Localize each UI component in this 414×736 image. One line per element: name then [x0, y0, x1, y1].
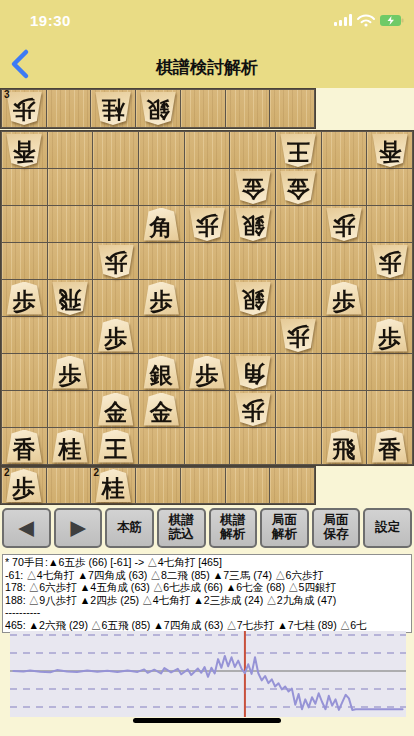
- shogi-piece-銀: 銀: [233, 282, 273, 315]
- shogi-piece-角: 角: [141, 208, 181, 241]
- tray-cell[interactable]: 2歩: [2, 468, 46, 503]
- board-square-3-6[interactable]: 歩: [276, 317, 321, 353]
- board-square-1-7[interactable]: [367, 354, 412, 390]
- tray-cell[interactable]: 2桂: [91, 468, 135, 503]
- board-square-8-1[interactable]: [48, 132, 93, 168]
- tray-cell[interactable]: [226, 90, 270, 127]
- board-square-9-4[interactable]: [2, 243, 47, 279]
- status-time: 19:30: [30, 12, 71, 29]
- analysis-line: -61: △4七角打 ▲7四角成 (63) △8二飛 (85) ▲7三馬 (74…: [5, 569, 409, 582]
- board-square-1-3[interactable]: [367, 206, 412, 242]
- board-square-3-4[interactable]: [276, 243, 321, 279]
- analysis-line: * 70手目:▲6五歩 (66) [-61] -> △4七角打 [465]: [5, 556, 409, 569]
- board-square-1-9[interactable]: 香: [367, 428, 412, 464]
- shogi-piece-歩: 歩: [141, 282, 181, 315]
- board-square-9-6[interactable]: [2, 317, 47, 353]
- board-square-7-2[interactable]: [93, 169, 138, 205]
- shogi-piece-金: 金: [278, 171, 318, 204]
- tray-cell[interactable]: [270, 90, 314, 127]
- shogi-piece-飛: 飛: [50, 282, 90, 315]
- board-square-7-8[interactable]: 金: [93, 391, 138, 427]
- shogi-piece-歩: 歩: [324, 208, 364, 241]
- captured-count: 3: [4, 90, 10, 100]
- shogi-piece-歩: 歩: [233, 393, 273, 426]
- board-square-1-5[interactable]: [367, 280, 412, 316]
- shogi-piece-歩: 歩: [96, 245, 136, 278]
- board-square-5-8[interactable]: [185, 391, 230, 427]
- position-save-button[interactable]: 局面 保存: [312, 508, 361, 548]
- board-square-5-3[interactable]: 歩: [185, 206, 230, 242]
- board-square-5-2[interactable]: [185, 169, 230, 205]
- shogi-piece-桂: 桂: [93, 469, 133, 502]
- shogi-piece-桂: 桂: [50, 430, 90, 463]
- tray-cell[interactable]: [226, 468, 270, 503]
- board-square-8-7[interactable]: 歩: [48, 354, 93, 390]
- board-square-4-1[interactable]: [230, 132, 275, 168]
- position-analyze-button[interactable]: 局面 解析: [260, 508, 309, 548]
- board-square-4-9[interactable]: [230, 428, 275, 464]
- board-square-7-5[interactable]: [93, 280, 138, 316]
- board-square-9-3[interactable]: [2, 206, 47, 242]
- board-square-4-6[interactable]: [230, 317, 275, 353]
- board-square-8-6[interactable]: [48, 317, 93, 353]
- board-square-3-1[interactable]: 王: [276, 132, 321, 168]
- tray-cell[interactable]: 銀: [136, 90, 180, 127]
- shogi-piece-香: 香: [4, 430, 44, 463]
- home-indicator[interactable]: [133, 718, 281, 723]
- board-square-7-6[interactable]: 歩: [93, 317, 138, 353]
- board-square-8-4[interactable]: [48, 243, 93, 279]
- board-square-2-2[interactable]: [322, 169, 367, 205]
- shogi-piece-歩: 歩: [370, 245, 410, 278]
- shogi-piece-歩: 歩: [278, 319, 318, 352]
- board-square-3-2[interactable]: 金: [276, 169, 321, 205]
- app-screen: 19:30 棋譜検討解析 3歩桂銀 香王香金金角歩銀歩歩: [0, 0, 414, 736]
- tray-cell[interactable]: 3歩: [2, 90, 46, 127]
- board-square-9-7[interactable]: [2, 354, 47, 390]
- board-square-7-3[interactable]: [93, 206, 138, 242]
- board-square-3-5[interactable]: [276, 280, 321, 316]
- board-square-3-3[interactable]: [276, 206, 321, 242]
- shogi-piece-銀: 銀: [233, 208, 273, 241]
- tray-cell[interactable]: [136, 468, 180, 503]
- board-square-5-5[interactable]: [185, 280, 230, 316]
- header: 19:30 棋譜検討解析: [0, 0, 414, 88]
- board-square-6-2[interactable]: [139, 169, 184, 205]
- cellular-signal-icon: [334, 14, 352, 26]
- board-square-6-4[interactable]: [139, 243, 184, 279]
- shogi-piece-金: 金: [96, 393, 136, 426]
- shogi-piece-金: 金: [233, 171, 273, 204]
- board-square-9-1[interactable]: 香: [2, 132, 47, 168]
- tray-cell[interactable]: 桂: [91, 90, 135, 127]
- board-square-6-1[interactable]: [139, 132, 184, 168]
- analysis-line: 178: △6六歩打 ▲4五角成 (63) △6七歩成 (66) ▲6七金 (6…: [5, 581, 409, 594]
- board-square-7-4[interactable]: 歩: [93, 243, 138, 279]
- shogi-piece-歩: 歩: [96, 319, 136, 352]
- tray-cell[interactable]: [181, 90, 225, 127]
- shogi-piece-銀: 銀: [141, 356, 181, 389]
- board-square-4-2[interactable]: 金: [230, 169, 275, 205]
- board-square-6-9[interactable]: [139, 428, 184, 464]
- shogi-piece-香: 香: [370, 430, 410, 463]
- board-square-3-8[interactable]: [276, 391, 321, 427]
- board-square-9-2[interactable]: [2, 169, 47, 205]
- page-title: 棋譜検討解析: [0, 56, 414, 79]
- board-square-4-8[interactable]: 歩: [230, 391, 275, 427]
- board-square-4-4[interactable]: [230, 243, 275, 279]
- shogi-piece-角: 角: [233, 356, 273, 389]
- shogi-piece-歩: 歩: [4, 282, 44, 315]
- board-square-8-2[interactable]: [48, 169, 93, 205]
- shogi-board: 香王香金金角歩銀歩歩歩歩飛歩銀歩歩歩歩歩銀歩角金金歩香桂王飛香: [0, 130, 414, 466]
- board-square-3-9[interactable]: [276, 428, 321, 464]
- board-square-1-1[interactable]: 香: [367, 132, 412, 168]
- shogi-piece-歩: 歩: [324, 282, 364, 315]
- board-square-2-5[interactable]: 歩: [322, 280, 367, 316]
- board-square-2-8[interactable]: [322, 391, 367, 427]
- board-square-2-9[interactable]: 飛: [322, 428, 367, 464]
- shogi-piece-歩: 歩: [50, 356, 90, 389]
- board-square-4-5[interactable]: 銀: [230, 280, 275, 316]
- board-square-7-1[interactable]: [93, 132, 138, 168]
- board-square-8-8[interactable]: [48, 391, 93, 427]
- tray-cell[interactable]: [181, 468, 225, 503]
- captured-count: 2: [93, 468, 99, 478]
- tray-cell[interactable]: [47, 90, 91, 127]
- gote-captured-tray: 3歩桂銀: [0, 88, 316, 129]
- board-square-4-3[interactable]: 銀: [230, 206, 275, 242]
- main-line-button[interactable]: 本筋: [105, 508, 154, 548]
- board-square-7-9[interactable]: 王: [93, 428, 138, 464]
- captured-count: 2: [4, 468, 10, 478]
- board-square-9-5[interactable]: 歩: [2, 280, 47, 316]
- tray-cell[interactable]: [47, 468, 91, 503]
- board-square-7-7[interactable]: [93, 354, 138, 390]
- board-square-4-7[interactable]: 角: [230, 354, 275, 390]
- shogi-piece-飛: 飛: [324, 430, 364, 463]
- board-square-6-3[interactable]: 角: [139, 206, 184, 242]
- board-square-5-9[interactable]: [185, 428, 230, 464]
- board-square-6-6[interactable]: [139, 317, 184, 353]
- board-square-6-8[interactable]: 金: [139, 391, 184, 427]
- board-square-2-6[interactable]: [322, 317, 367, 353]
- analysis-line: 465: ▲2六飛 (29) △6五飛 (85) ▲7四角成 (63) △7七歩…: [5, 619, 409, 632]
- analysis-line: ----------: [5, 606, 409, 619]
- board-square-2-4[interactable]: [322, 243, 367, 279]
- board-square-5-6[interactable]: [185, 317, 230, 353]
- kifu-load-button[interactable]: 棋譜 読込: [157, 508, 206, 548]
- board-square-6-7[interactable]: 銀: [139, 354, 184, 390]
- wifi-icon: [358, 16, 374, 27]
- toolbar: ◀▶本筋棋譜 読込棋譜 解析局面 解析局面 保存設定: [2, 508, 412, 548]
- board-square-2-3[interactable]: 歩: [322, 206, 367, 242]
- board-square-1-6[interactable]: 歩: [367, 317, 412, 353]
- board-square-2-1[interactable]: [322, 132, 367, 168]
- tray-cell[interactable]: [270, 468, 314, 503]
- board-square-8-3[interactable]: [48, 206, 93, 242]
- shogi-piece-香: 香: [370, 134, 410, 167]
- board-square-3-7[interactable]: [276, 354, 321, 390]
- shogi-piece-香: 香: [4, 134, 44, 167]
- analysis-line: 188: △9八歩打 ▲2四歩 (25) △4七角打 ▲2三歩成 (24) △2…: [5, 594, 409, 607]
- kifu-analyze-button[interactable]: 棋譜 解析: [209, 508, 258, 548]
- status-icons: [334, 13, 404, 27]
- board-square-6-5[interactable]: 歩: [139, 280, 184, 316]
- board-square-8-9[interactable]: 桂: [48, 428, 93, 464]
- board-square-9-9[interactable]: 香: [2, 428, 47, 464]
- battery-charging-icon: [380, 15, 404, 26]
- shogi-piece-歩: 歩: [187, 356, 227, 389]
- board-square-2-7[interactable]: [322, 354, 367, 390]
- sente-captured-tray: 2歩2桂: [0, 466, 316, 505]
- board-square-1-4[interactable]: 歩: [367, 243, 412, 279]
- shogi-piece-王: 王: [278, 134, 318, 167]
- board-square-1-2[interactable]: [367, 169, 412, 205]
- shogi-piece-王: 王: [96, 430, 136, 463]
- board-square-5-4[interactable]: [185, 243, 230, 279]
- settings-button[interactable]: 設定: [363, 508, 412, 548]
- shogi-piece-桂: 桂: [93, 92, 133, 125]
- board-square-8-5[interactable]: 飛: [48, 280, 93, 316]
- analysis-text[interactable]: * 70手目:▲6五歩 (66) [-61] -> △4七角打 [465]-61…: [2, 554, 412, 633]
- board-square-5-1[interactable]: [185, 132, 230, 168]
- shogi-piece-銀: 銀: [138, 92, 178, 125]
- next-move-button[interactable]: ▶: [54, 508, 103, 548]
- board-square-1-8[interactable]: [367, 391, 412, 427]
- eval-chart: [0, 631, 414, 717]
- prev-move-button[interactable]: ◀: [2, 508, 51, 548]
- board-square-5-7[interactable]: 歩: [185, 354, 230, 390]
- shogi-piece-金: 金: [141, 393, 181, 426]
- shogi-piece-歩: 歩: [370, 319, 410, 352]
- board-square-9-8[interactable]: [2, 391, 47, 427]
- shogi-piece-歩: 歩: [187, 208, 227, 241]
